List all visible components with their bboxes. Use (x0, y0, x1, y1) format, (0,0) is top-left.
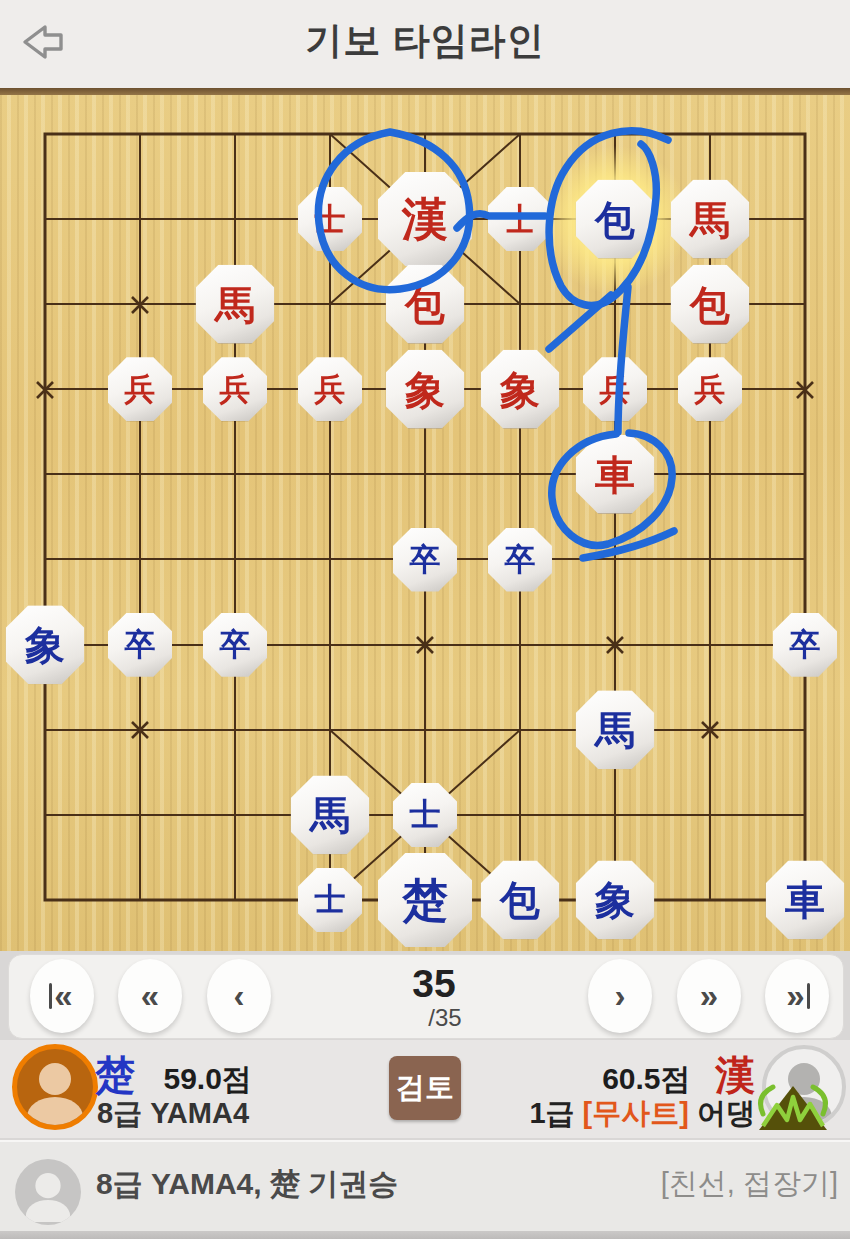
piece-blue-pawn-5: 卒 (773, 613, 837, 677)
piece-red-guard-2: 士 (488, 187, 552, 251)
left-player-avatar[interactable] (12, 1044, 98, 1130)
piece-red-pawn-5: 兵 (678, 357, 742, 421)
right-player-rank: 1급 (529, 1097, 582, 1129)
piece-red-king: 漢 (378, 172, 472, 266)
piece-red-pawn-1: 兵 (108, 357, 172, 421)
total-moves: /35 (386, 1004, 504, 1032)
result-text: 8급 YAMA4, 楚 기권승 (96, 1164, 398, 1205)
current-move: 35 (364, 962, 504, 1006)
piece-blue-cannon-2: 包 (481, 860, 560, 939)
piece-red-cannon-2: 包 (671, 265, 750, 344)
person-icon (18, 1162, 78, 1222)
right-player-nick: 어댕 (689, 1097, 755, 1129)
player-info-bar: 楚 59.0점 8급 YAMA4 검토 60.5점 漢 1급 [무사트] 어댕 (0, 1040, 850, 1138)
bar-icon (807, 983, 810, 1009)
piece-red-elephant-1: 象 (386, 350, 465, 429)
nav-wrap: « « ‹ 35 /35 › » » (0, 951, 850, 1040)
piece-blue-chariot: 車 (766, 860, 845, 939)
person-icon (17, 1049, 93, 1125)
fast-forward-icon: » (784, 977, 806, 1015)
piece-red-guard-1: 士 (298, 187, 362, 251)
back-fast-button[interactable]: « (118, 959, 182, 1033)
rank-badge-icon (753, 1078, 833, 1136)
cho-side-glyph: 楚 (95, 1051, 135, 1098)
forward-fast-button[interactable]: » (677, 959, 741, 1033)
right-player-name: 1급 [무사트] 어댕 (529, 1094, 755, 1134)
right-player-club: [무사트] (583, 1097, 689, 1129)
move-counter: 35 /35 (364, 955, 504, 1038)
result-bar: 8급 YAMA4, 楚 기권승 [친선, 접장기] (0, 1140, 850, 1239)
header: 기보 타임라인 (0, 0, 850, 88)
piece-blue-horse-2: 馬 (291, 775, 370, 854)
piece-blue-pawn-2: 卒 (488, 528, 552, 592)
go-start-button[interactable]: « (30, 959, 94, 1033)
review-button[interactable]: 검토 (389, 1056, 461, 1120)
forward-one-button[interactable]: › (588, 959, 652, 1033)
move-nav-bar: « « ‹ 35 /35 › » » (8, 954, 844, 1039)
piece-blue-cannon-1: 包 (576, 180, 655, 259)
piece-red-pawn-4: 兵 (583, 357, 647, 421)
piece-red-horse-2: 馬 (196, 265, 275, 344)
piece-red-chariot: 車 (576, 435, 655, 514)
piece-blue-horse-1: 馬 (576, 690, 655, 769)
piece-red-horse-1: 馬 (671, 180, 750, 259)
piece-blue-pawn-3: 卒 (108, 613, 172, 677)
piece-blue-guard-2: 士 (298, 868, 362, 932)
piece-blue-king: 楚 (378, 853, 472, 947)
back-one-icon: ‹ (232, 977, 247, 1015)
piece-red-pawn-3: 兵 (298, 357, 362, 421)
game-type-tag: [친선, 접장기] (661, 1164, 838, 1204)
result-avatar (15, 1159, 81, 1225)
janggi-board[interactable]: 士漢士馬馬包包兵兵兵象象兵兵車包卒卒象卒卒卒馬馬士士楚包象車 (0, 95, 850, 951)
forward-fast-icon: » (698, 977, 720, 1015)
go-end-button[interactable]: » (765, 959, 829, 1033)
han-side-glyph: 漢 (715, 1051, 755, 1098)
piece-red-elephant-2: 象 (481, 350, 560, 429)
piece-blue-pawn-1: 卒 (393, 528, 457, 592)
left-player-score: 59.0점 (163, 1062, 251, 1095)
piece-blue-elephant-2: 象 (576, 860, 655, 939)
left-player-name: 8급 YAMA4 (97, 1094, 249, 1134)
forward-one-icon: › (613, 977, 628, 1015)
piece-blue-elephant-1: 象 (6, 605, 85, 684)
bottom-divider (0, 1231, 850, 1239)
piece-blue-pawn-4: 卒 (203, 613, 267, 677)
back-fast-icon: « (139, 977, 161, 1015)
piece-red-cannon-1: 包 (386, 265, 465, 344)
right-player-score: 60.5점 (602, 1062, 690, 1095)
piece-red-pawn-2: 兵 (203, 357, 267, 421)
piece-blue-guard-1: 士 (393, 783, 457, 847)
back-one-button[interactable]: ‹ (207, 959, 271, 1033)
page-title: 기보 타임라인 (0, 16, 850, 66)
rewind-icon: « (52, 977, 74, 1015)
